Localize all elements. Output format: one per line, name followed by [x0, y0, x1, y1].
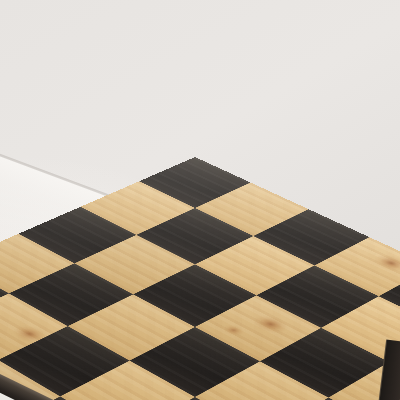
wood-knot	[247, 312, 295, 337]
board-photo-scene	[0, 0, 400, 400]
wood-knot	[367, 251, 400, 275]
wood-knot	[219, 323, 248, 338]
